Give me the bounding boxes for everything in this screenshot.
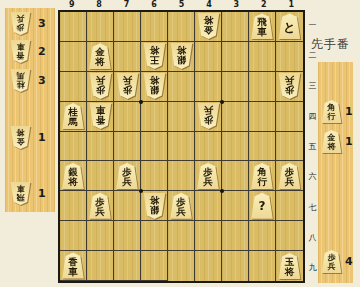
square-8四[interactable]: 香車 — [87, 102, 114, 132]
square-1四[interactable] — [276, 102, 303, 132]
square-4六[interactable]: 歩兵 — [195, 161, 222, 191]
square-2四[interactable] — [249, 102, 276, 132]
square-2七[interactable]: ? — [249, 191, 276, 221]
piece-char: 将 — [328, 143, 336, 152]
piece-face: 桂馬 — [62, 103, 85, 129]
piece-char: 香 — [17, 51, 25, 60]
file-label-8: 8 — [85, 0, 112, 10]
square-9二[interactable] — [60, 42, 87, 72]
hand-count-桂馬: 3 — [38, 74, 46, 87]
piece-char: 車 — [68, 267, 78, 277]
piece-歩兵[interactable]: 歩兵 — [116, 163, 139, 189]
piece-face: ? — [251, 193, 274, 219]
piece-face: 角行 — [251, 163, 274, 189]
piece-歩兵[interactable]: 歩兵 — [321, 250, 342, 273]
square-3一[interactable] — [222, 12, 249, 42]
piece-歩兵[interactable]: 歩兵 — [89, 193, 112, 219]
piece-face: 歩兵 — [170, 193, 193, 219]
piece-飛車[interactable]: 飛車 — [10, 182, 31, 205]
piece-飛車[interactable]: 飛車 — [251, 13, 274, 39]
piece-char: 歩 — [285, 85, 295, 95]
piece-char: 将 — [149, 75, 159, 85]
piece-歩兵[interactable]: 歩兵 — [278, 73, 301, 99]
square-8七[interactable]: 歩兵 — [87, 191, 114, 221]
piece-char: 行 — [257, 177, 267, 187]
square-7三[interactable]: 歩兵 — [114, 72, 141, 102]
piece-玉将[interactable]: 玉将 — [278, 253, 301, 279]
square-7九[interactable] — [114, 251, 141, 281]
file-label-1: 1 — [278, 0, 305, 10]
piece-char: 将 — [149, 195, 159, 205]
square-3四[interactable] — [222, 102, 249, 132]
piece-char: 兵 — [17, 14, 25, 23]
square-6三[interactable]: 銀将 — [141, 72, 168, 102]
hand-count-歩兵: 4 — [345, 255, 353, 268]
piece-歩兵[interactable]: 歩兵 — [170, 193, 193, 219]
hand-count-香車: 2 — [38, 45, 46, 58]
piece-桂馬[interactable]: 桂馬 — [62, 103, 85, 129]
piece-char: 将 — [176, 45, 186, 55]
piece-face: 王将 — [143, 43, 166, 69]
rank-label-六: 六 — [306, 162, 319, 192]
piece-face: 歩兵 — [278, 73, 301, 99]
rank-label-四: 四 — [306, 101, 319, 131]
piece-char: 歩 — [17, 23, 25, 32]
piece-char: 将 — [17, 128, 25, 137]
piece-char: 金 — [17, 136, 25, 145]
piece-face: 歩兵 — [89, 73, 112, 99]
piece-char: 馬 — [68, 117, 78, 127]
piece-char: 兵 — [95, 75, 105, 85]
piece-face: 香車 — [10, 40, 31, 63]
square-2八[interactable] — [249, 221, 276, 251]
square-1五[interactable] — [276, 132, 303, 162]
piece-角行[interactable]: 角行 — [251, 163, 274, 189]
piece-char: 将 — [68, 177, 78, 187]
piece-char: 兵 — [285, 177, 295, 187]
piece-char: 将 — [285, 267, 295, 277]
rank-label-七: 七 — [306, 192, 319, 222]
piece-char: 兵 — [122, 177, 132, 187]
square-4九[interactable] — [195, 251, 222, 281]
square-1三[interactable]: 歩兵 — [276, 72, 303, 102]
piece-face: 歩兵 — [10, 12, 31, 35]
piece-char: 銀 — [149, 205, 159, 215]
square-6七[interactable]: 銀将 — [141, 191, 168, 221]
file-label-9: 9 — [58, 0, 85, 10]
piece-金将[interactable]: 金将 — [197, 13, 220, 39]
piece-char: 車 — [17, 42, 25, 51]
piece-王将[interactable]: 王将 — [143, 43, 166, 69]
square-9三[interactable] — [60, 72, 87, 102]
piece-face: 歩兵 — [278, 163, 301, 189]
piece-歩兵[interactable]: 歩兵 — [10, 12, 31, 35]
piece-銀将[interactable]: 銀将 — [143, 193, 166, 219]
square-3九[interactable] — [222, 251, 249, 281]
square-5八[interactable] — [168, 221, 195, 251]
rank-label-九: 九 — [306, 253, 319, 283]
square-5三[interactable] — [168, 72, 195, 102]
piece-金将[interactable]: 金将 — [89, 43, 112, 69]
gote-captured-tray — [5, 8, 55, 212]
piece-char: ? — [259, 200, 266, 213]
piece-char: 兵 — [203, 177, 213, 187]
square-2三[interactable] — [249, 72, 276, 102]
square-5二[interactable]: 銀将 — [168, 42, 195, 72]
piece-金将[interactable]: 金将 — [321, 130, 342, 153]
piece-face: 金将 — [197, 13, 220, 39]
piece-銀将[interactable]: 銀将 — [143, 73, 166, 99]
square-5七[interactable]: 歩兵 — [168, 191, 195, 221]
piece-face: 金将 — [10, 126, 31, 149]
rank-label-八: 八 — [306, 222, 319, 252]
square-9八[interactable] — [60, 221, 87, 251]
shogi-app: 987654321 一二三四五六七八九 金将飛車と金将王将銀将歩兵歩兵銀将歩兵桂… — [0, 0, 360, 287]
square-6九[interactable] — [141, 251, 168, 281]
piece-char: 銀 — [149, 85, 159, 95]
square-4七[interactable] — [195, 191, 222, 221]
square-5六[interactable] — [168, 161, 195, 191]
shogi-board: 金将飛車と金将王将銀将歩兵歩兵銀将歩兵桂馬香車歩兵銀将歩兵歩兵角行歩兵歩兵銀将歩… — [58, 10, 305, 283]
piece-face: 玉将 — [278, 253, 301, 279]
hand-count-金将: 1 — [38, 131, 46, 144]
piece-char: 将 — [149, 45, 159, 55]
piece-face: 歩兵 — [197, 163, 220, 189]
square-3六[interactable] — [222, 161, 249, 191]
piece-歩兵[interactable]: 歩兵 — [278, 163, 301, 189]
square-8九[interactable] — [87, 251, 114, 281]
piece-char: 車 — [257, 27, 267, 37]
piece-char: 行 — [328, 113, 336, 122]
square-6四[interactable] — [141, 102, 168, 132]
rank-label-三: 三 — [306, 71, 319, 101]
hand-count-歩兵: 3 — [38, 17, 46, 30]
piece-香車[interactable]: 香車 — [89, 103, 112, 129]
file-label-5: 5 — [168, 0, 195, 10]
square-9五[interactable] — [60, 132, 87, 162]
piece-char: 兵 — [176, 207, 186, 217]
piece-face: 金将 — [321, 130, 342, 153]
square-9六[interactable]: 銀将 — [60, 161, 87, 191]
hand-count-金将: 1 — [345, 135, 353, 148]
piece-char: 香 — [95, 115, 105, 125]
square-2九[interactable] — [249, 251, 276, 281]
square-8一[interactable] — [87, 12, 114, 42]
square-5九[interactable] — [168, 251, 195, 281]
square-9四[interactable]: 桂馬 — [60, 102, 87, 132]
square-8三[interactable]: 歩兵 — [87, 72, 114, 102]
piece-char: 兵 — [122, 75, 132, 85]
piece-face: 桂馬 — [10, 69, 31, 92]
square-7二[interactable] — [114, 42, 141, 72]
square-5一[interactable] — [168, 12, 195, 42]
square-8二[interactable]: 金将 — [87, 42, 114, 72]
square-5四[interactable] — [168, 102, 195, 132]
square-2六[interactable]: 角行 — [249, 161, 276, 191]
square-1九[interactable]: 玉将 — [276, 251, 303, 281]
piece-face: 銀将 — [62, 163, 85, 189]
square-3三[interactable] — [222, 72, 249, 102]
square-9九[interactable]: 香車 — [60, 251, 87, 281]
piece-face: 歩兵 — [89, 193, 112, 219]
piece-char: 飛 — [17, 193, 25, 202]
piece-char: 将 — [203, 15, 213, 25]
piece-face: 歩兵 — [321, 250, 342, 273]
piece-歩兵[interactable]: 歩兵 — [89, 73, 112, 99]
piece-face: 飛車 — [251, 13, 274, 39]
piece-char: 金 — [203, 25, 213, 35]
piece-銀将[interactable]: 銀将 — [62, 163, 85, 189]
piece-char: 王 — [149, 55, 159, 65]
piece-face: 銀将 — [143, 73, 166, 99]
piece-char: 銀 — [176, 55, 186, 65]
square-4五[interactable] — [195, 132, 222, 162]
piece-歩兵[interactable]: 歩兵 — [197, 163, 220, 189]
square-1六[interactable]: 歩兵 — [276, 161, 303, 191]
rank-label-五: 五 — [306, 131, 319, 161]
file-label-6: 6 — [140, 0, 167, 10]
square-4三[interactable] — [195, 72, 222, 102]
file-label-3: 3 — [223, 0, 250, 10]
square-8八[interactable] — [87, 221, 114, 251]
square-3二[interactable] — [222, 42, 249, 72]
turn-indicator: 先手番 — [311, 36, 359, 53]
piece-face: 香車 — [62, 253, 85, 279]
square-6六[interactable] — [141, 161, 168, 191]
piece-char: 兵 — [203, 105, 213, 115]
square-2二[interactable] — [249, 42, 276, 72]
square-9七[interactable] — [60, 191, 87, 221]
square-1七[interactable] — [276, 191, 303, 221]
piece-銀将[interactable]: 銀将 — [170, 43, 193, 69]
piece-face: 歩兵 — [116, 73, 139, 99]
square-7四[interactable] — [114, 102, 141, 132]
piece-char: 馬 — [17, 71, 25, 80]
square-7六[interactable]: 歩兵 — [114, 161, 141, 191]
square-6二[interactable]: 王将 — [141, 42, 168, 72]
hand-count-飛車: 1 — [38, 187, 46, 200]
piece-face: 飛車 — [10, 182, 31, 205]
square-1二[interactable] — [276, 42, 303, 72]
square-8五[interactable] — [87, 132, 114, 162]
square-7七[interactable] — [114, 191, 141, 221]
piece-香車[interactable]: 香車 — [10, 40, 31, 63]
square-9一[interactable] — [60, 12, 87, 42]
piece-face: 角行 — [321, 100, 342, 123]
piece-歩兵[interactable]: 歩兵 — [116, 73, 139, 99]
hand-count-角行: 1 — [345, 105, 353, 118]
file-label-7: 7 — [113, 0, 140, 10]
file-labels: 987654321 — [58, 0, 305, 10]
piece-char: 歩 — [95, 85, 105, 95]
piece-char: と — [283, 21, 295, 34]
piece-face: 金将 — [89, 43, 112, 69]
piece-char: 兵 — [328, 263, 336, 272]
piece-と[interactable]: と — [278, 13, 301, 39]
piece-char: 歩 — [203, 115, 213, 125]
piece-char: 桂 — [17, 79, 25, 88]
square-5五[interactable] — [168, 132, 195, 162]
piece-歩兵[interactable]: 歩兵 — [197, 103, 220, 129]
square-7八[interactable] — [114, 221, 141, 251]
piece-char: 車 — [95, 105, 105, 115]
square-2一[interactable]: 飛車 — [249, 12, 276, 42]
piece-face: 香車 — [89, 103, 112, 129]
piece-char: 兵 — [95, 207, 105, 217]
piece-香車[interactable]: 香車 — [62, 253, 85, 279]
piece-char: 兵 — [285, 75, 295, 85]
piece-char: 歩 — [122, 85, 132, 95]
square-4二[interactable] — [195, 42, 222, 72]
piece-face: 銀将 — [143, 193, 166, 219]
piece-?[interactable]: ? — [251, 193, 274, 219]
square-1一[interactable]: と — [276, 12, 303, 42]
piece-face: 歩兵 — [116, 163, 139, 189]
square-8六[interactable] — [87, 161, 114, 191]
square-4一[interactable]: 金将 — [195, 12, 222, 42]
file-label-4: 4 — [195, 0, 222, 10]
piece-char: 車 — [17, 184, 25, 193]
square-4四[interactable]: 歩兵 — [195, 102, 222, 132]
piece-桂馬[interactable]: 桂馬 — [10, 69, 31, 92]
square-3七[interactable] — [222, 191, 249, 221]
piece-face: 銀将 — [170, 43, 193, 69]
square-3八[interactable] — [222, 221, 249, 251]
square-2五[interactable] — [249, 132, 276, 162]
piece-金将[interactable]: 金将 — [10, 126, 31, 149]
square-1八[interactable] — [276, 221, 303, 251]
piece-角行[interactable]: 角行 — [321, 100, 342, 123]
square-6五[interactable] — [141, 132, 168, 162]
square-7五[interactable] — [114, 132, 141, 162]
square-3五[interactable] — [222, 132, 249, 162]
square-7一[interactable] — [114, 12, 141, 42]
piece-char: 将 — [95, 57, 105, 67]
square-6一[interactable] — [141, 12, 168, 42]
piece-face: と — [278, 13, 301, 39]
square-4八[interactable] — [195, 221, 222, 251]
square-6八[interactable] — [141, 221, 168, 251]
file-label-2: 2 — [250, 0, 277, 10]
piece-face: 歩兵 — [197, 103, 220, 129]
